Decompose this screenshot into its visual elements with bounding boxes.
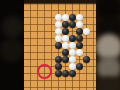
black-stone: [62, 70, 69, 77]
white-stone: [69, 42, 76, 49]
black-stone: [83, 56, 90, 63]
black-stone: [69, 14, 76, 21]
white-stone: [62, 42, 69, 49]
white-stone: [83, 28, 90, 35]
white-stone: [62, 35, 69, 42]
white-stone: [69, 56, 76, 63]
pillarbox-right: [96, 0, 120, 90]
white-stone: [69, 63, 76, 70]
black-stone: [62, 49, 69, 56]
black-stone: [55, 70, 62, 77]
video-frame[interactable]: [0, 0, 120, 90]
pillarbox-left: [0, 0, 24, 90]
black-stone: [55, 63, 62, 70]
black-stone: [76, 63, 83, 70]
black-stone: [55, 42, 62, 49]
red-circle-annotation: [37, 64, 52, 79]
blurred-dark-area: [96, 76, 120, 90]
white-stone: [76, 49, 83, 56]
black-stone: [62, 56, 69, 63]
go-board[interactable]: [24, 0, 96, 90]
white-stone: [55, 28, 62, 35]
blurred-stone: [2, 16, 24, 38]
black-stone: [69, 21, 76, 28]
white-stone: [55, 14, 62, 21]
black-stone: [76, 28, 83, 35]
white-stone: [62, 14, 69, 21]
black-stone: [62, 21, 69, 28]
black-stone: [76, 35, 83, 42]
white-stone: [76, 14, 83, 21]
white-stone: [55, 21, 62, 28]
black-stone: [69, 70, 76, 77]
white-stone: [69, 49, 76, 56]
board-top-shadow: [24, 0, 96, 5]
blurred-stone: [0, 38, 24, 62]
black-stone: [55, 56, 62, 63]
black-stone: [69, 35, 76, 42]
black-stone: [62, 28, 69, 35]
white-stone: [55, 35, 62, 42]
black-stone: [76, 42, 83, 49]
white-stone: [76, 21, 83, 28]
